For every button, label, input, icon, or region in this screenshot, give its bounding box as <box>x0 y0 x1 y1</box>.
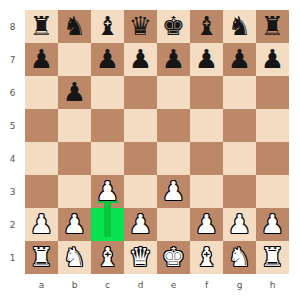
piece-black-pawn[interactable]: ♟ <box>256 43 289 76</box>
piece-black-pawn[interactable]: ♟ <box>190 43 223 76</box>
square-e2[interactable] <box>157 208 190 241</box>
square-d7[interactable]: ♟ <box>124 43 157 76</box>
piece-white-pawn[interactable]: ♟ <box>157 175 190 208</box>
square-f6[interactable] <box>190 76 223 109</box>
rank-labels: 87654321 <box>0 10 25 274</box>
square-b5[interactable] <box>58 109 91 142</box>
piece-white-king[interactable]: ♚ <box>157 241 190 274</box>
square-a5[interactable] <box>25 109 58 142</box>
piece-white-rook[interactable]: ♜ <box>256 241 289 274</box>
square-a3[interactable] <box>25 175 58 208</box>
file-label-c: c <box>91 274 124 298</box>
square-a1[interactable]: ♜ <box>25 241 58 274</box>
piece-black-pawn[interactable]: ♟ <box>223 43 256 76</box>
square-a4[interactable] <box>25 142 58 175</box>
square-d3[interactable] <box>124 175 157 208</box>
piece-black-pawn[interactable]: ♟ <box>25 43 58 76</box>
piece-white-pawn[interactable]: ♟ <box>124 208 157 241</box>
square-b2[interactable]: ♟ <box>58 208 91 241</box>
square-d4[interactable] <box>124 142 157 175</box>
square-h2[interactable]: ♟ <box>256 208 289 241</box>
piece-black-knight[interactable]: ♞ <box>58 10 91 43</box>
square-c6[interactable] <box>91 76 124 109</box>
square-c1[interactable]: ♝ <box>91 241 124 274</box>
square-d6[interactable] <box>124 76 157 109</box>
rank-label-5: 5 <box>0 109 25 142</box>
piece-white-pawn[interactable]: ♟ <box>91 175 124 208</box>
square-g7[interactable]: ♟ <box>223 43 256 76</box>
piece-white-bishop[interactable]: ♝ <box>190 241 223 274</box>
square-d5[interactable] <box>124 109 157 142</box>
piece-white-pawn[interactable]: ♟ <box>25 208 58 241</box>
square-a6[interactable] <box>25 76 58 109</box>
square-e8[interactable]: ♚ <box>157 10 190 43</box>
square-e6[interactable] <box>157 76 190 109</box>
piece-black-king[interactable]: ♚ <box>157 10 190 43</box>
square-f7[interactable]: ♟ <box>190 43 223 76</box>
square-b3[interactable] <box>58 175 91 208</box>
square-h1[interactable]: ♜ <box>256 241 289 274</box>
file-label-a: a <box>25 274 58 298</box>
square-c5[interactable] <box>91 109 124 142</box>
square-f1[interactable]: ♝ <box>190 241 223 274</box>
square-c8[interactable]: ♝ <box>91 10 124 43</box>
square-c3[interactable]: ♟ <box>91 175 124 208</box>
square-h6[interactable] <box>256 76 289 109</box>
square-g6[interactable] <box>223 76 256 109</box>
square-g8[interactable]: ♞ <box>223 10 256 43</box>
square-d1[interactable]: ♛ <box>124 241 157 274</box>
chess-board[interactable]: ♜♞♝♛♚♝♞♜♟♟♟♟♟♟♟♟♟♟♟♟♟♟♟♟♜♞♝♛♚♝♞♜ <box>25 10 289 274</box>
square-b6[interactable]: ♟ <box>58 76 91 109</box>
piece-black-pawn[interactable]: ♟ <box>124 43 157 76</box>
piece-black-pawn[interactable]: ♟ <box>91 43 124 76</box>
file-label-f: f <box>190 274 223 298</box>
rank-label-2: 2 <box>0 208 25 241</box>
square-e5[interactable] <box>157 109 190 142</box>
square-g4[interactable] <box>223 142 256 175</box>
piece-white-queen[interactable]: ♛ <box>124 241 157 274</box>
piece-black-queen[interactable]: ♛ <box>124 10 157 43</box>
chess-app: 87654321 ♜♞♝♛♚♝♞♜♟♟♟♟♟♟♟♟♟♟♟♟♟♟♟♟♜♞♝♛♚♝♞… <box>0 0 300 300</box>
piece-white-pawn[interactable]: ♟ <box>256 208 289 241</box>
rank-label-8: 8 <box>0 10 25 43</box>
piece-white-rook[interactable]: ♜ <box>25 241 58 274</box>
piece-black-pawn[interactable]: ♟ <box>157 43 190 76</box>
piece-black-rook[interactable]: ♜ <box>256 10 289 43</box>
file-label-b: b <box>58 274 91 298</box>
piece-white-pawn[interactable]: ♟ <box>58 208 91 241</box>
square-f5[interactable] <box>190 109 223 142</box>
piece-white-bishop[interactable]: ♝ <box>91 241 124 274</box>
file-label-e: e <box>157 274 190 298</box>
rank-label-6: 6 <box>0 76 25 109</box>
square-c7[interactable]: ♟ <box>91 43 124 76</box>
piece-black-pawn[interactable]: ♟ <box>58 76 91 109</box>
piece-white-pawn[interactable]: ♟ <box>190 208 223 241</box>
square-b4[interactable] <box>58 142 91 175</box>
square-h4[interactable] <box>256 142 289 175</box>
square-b8[interactable]: ♞ <box>58 10 91 43</box>
square-b1[interactable]: ♞ <box>58 241 91 274</box>
square-g5[interactable] <box>223 109 256 142</box>
square-b7[interactable] <box>58 43 91 76</box>
square-c4[interactable] <box>91 142 124 175</box>
rank-label-3: 3 <box>0 175 25 208</box>
square-f8[interactable]: ♝ <box>190 10 223 43</box>
square-f3[interactable] <box>190 175 223 208</box>
square-e1[interactable]: ♚ <box>157 241 190 274</box>
square-h8[interactable]: ♜ <box>256 10 289 43</box>
piece-black-bishop[interactable]: ♝ <box>91 10 124 43</box>
piece-black-knight[interactable]: ♞ <box>223 10 256 43</box>
piece-white-knight[interactable]: ♞ <box>58 241 91 274</box>
square-a2[interactable]: ♟ <box>25 208 58 241</box>
rank-label-4: 4 <box>0 142 25 175</box>
file-label-g: g <box>223 274 256 298</box>
square-g3[interactable] <box>223 175 256 208</box>
square-a7[interactable]: ♟ <box>25 43 58 76</box>
square-e3[interactable]: ♟ <box>157 175 190 208</box>
square-e4[interactable] <box>157 142 190 175</box>
piece-white-pawn[interactable]: ♟ <box>223 208 256 241</box>
file-labels: abcdefgh <box>25 274 289 298</box>
square-d8[interactable]: ♛ <box>124 10 157 43</box>
square-g2[interactable]: ♟ <box>223 208 256 241</box>
square-f4[interactable] <box>190 142 223 175</box>
rank-label-1: 1 <box>0 241 25 274</box>
square-a8[interactable]: ♜ <box>25 10 58 43</box>
square-g1[interactable]: ♞ <box>223 241 256 274</box>
file-label-h: h <box>256 274 289 298</box>
square-e7[interactable]: ♟ <box>157 43 190 76</box>
piece-black-bishop[interactable]: ♝ <box>190 10 223 43</box>
square-f2[interactable]: ♟ <box>190 208 223 241</box>
piece-white-knight[interactable]: ♞ <box>223 241 256 274</box>
file-label-d: d <box>124 274 157 298</box>
square-h7[interactable]: ♟ <box>256 43 289 76</box>
rank-label-7: 7 <box>0 43 25 76</box>
piece-black-rook[interactable]: ♜ <box>25 10 58 43</box>
square-d2[interactable]: ♟ <box>124 208 157 241</box>
square-h5[interactable] <box>256 109 289 142</box>
square-h3[interactable] <box>256 175 289 208</box>
